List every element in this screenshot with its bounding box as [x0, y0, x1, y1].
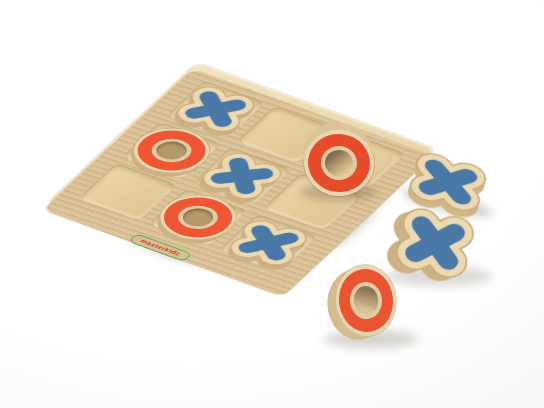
o-piece-standing[interactable] [301, 127, 378, 200]
scene: masterkidz [0, 0, 544, 408]
o-piece[interactable] [301, 127, 378, 200]
o-piece[interactable] [332, 262, 399, 339]
o-piece-loose[interactable] [332, 262, 399, 339]
game-board: masterkidz [47, 62, 437, 290]
